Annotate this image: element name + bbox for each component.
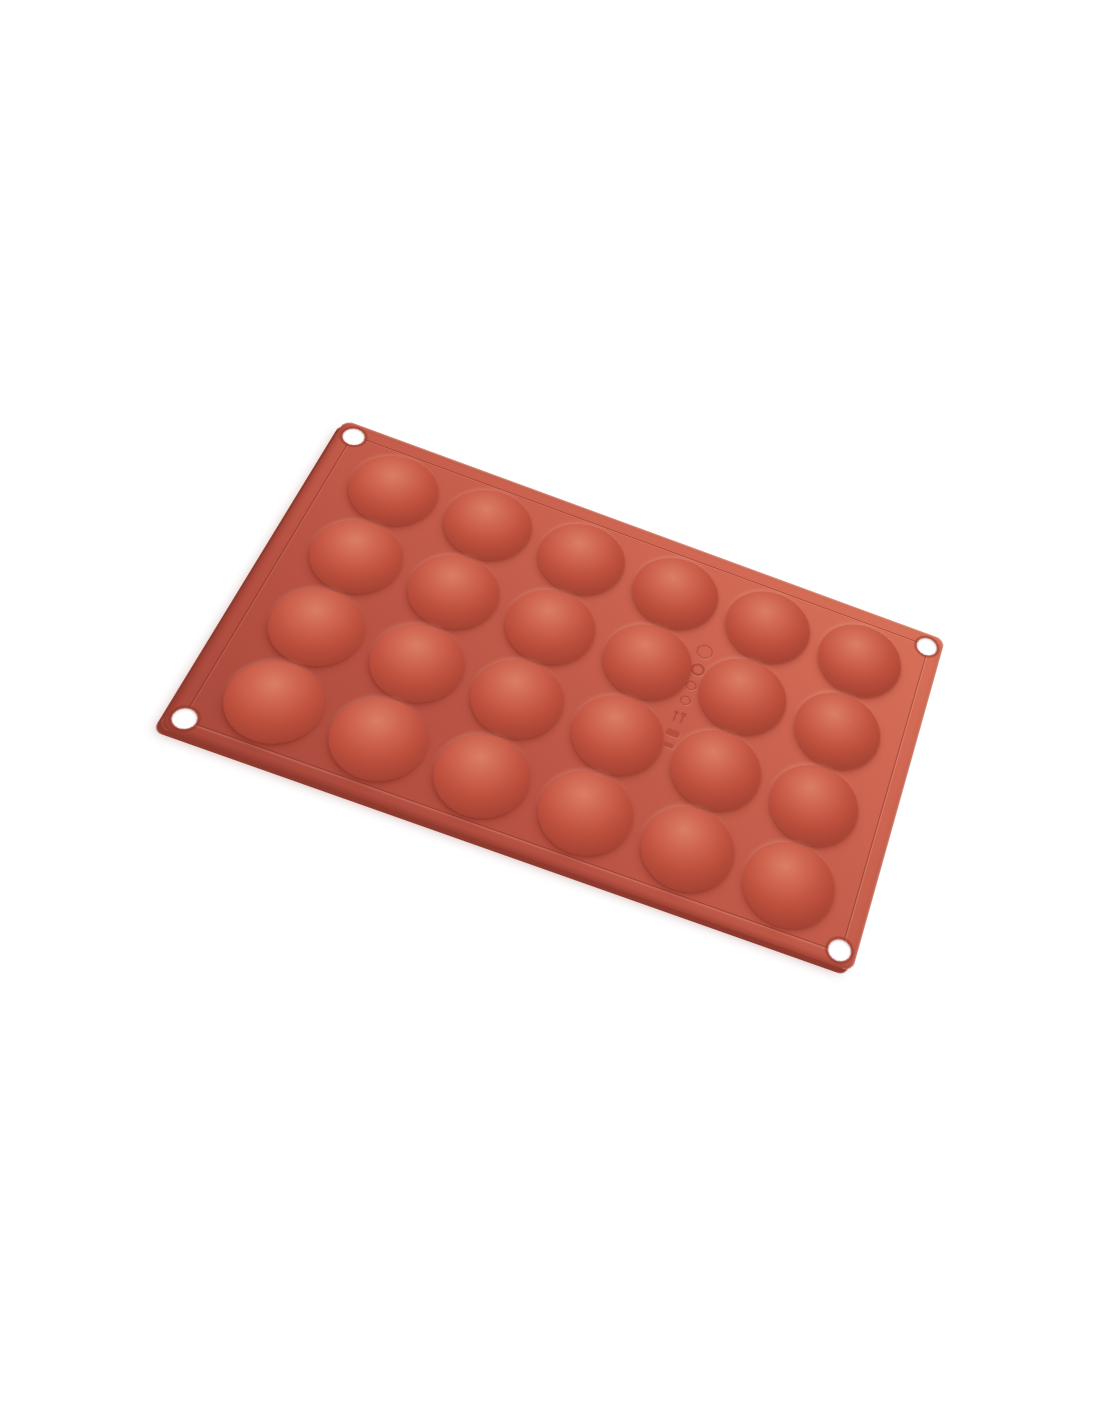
cavity-bump-layer (158, 420, 945, 972)
cavity-bump (628, 794, 746, 905)
cavity-bump (731, 830, 845, 942)
silicone-mould (158, 420, 945, 972)
photo-canvas (0, 0, 1100, 1422)
